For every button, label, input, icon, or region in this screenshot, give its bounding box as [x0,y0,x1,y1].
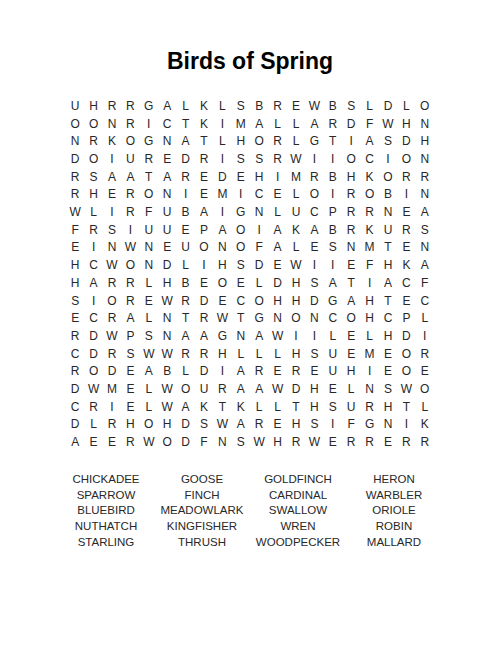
grid-cell-r4c16: O [342,150,360,168]
grid-cell-r4c2: O [84,150,102,168]
grid-cell-r4c15: I [324,150,342,168]
grid-cell-r19c1: D [66,416,84,434]
grid-cell-r16c19: O [397,363,415,381]
grid-cell-r15c8: R [195,345,213,363]
grid-cell-r11c14: S [305,274,323,292]
grid-cell-r19c19: I [397,416,415,434]
grid-cell-r2c3: N [103,115,121,133]
grid-cell-r9c13: L [287,239,305,257]
grid-cell-r10c3: W [103,256,121,274]
grid-cell-r15c6: W [158,345,176,363]
grid-cell-r8c18: U [379,221,397,239]
grid-cell-r4c8: R [195,150,213,168]
grid-cell-r12c9: E [213,292,231,310]
grid-cell-r19c12: E [268,416,286,434]
grid-cell-r7c12: L [268,203,286,221]
grid-cell-r15c15: U [324,345,342,363]
grid-cell-r20c3: E [103,433,121,451]
grid-cell-r16c2: O [84,363,102,381]
grid-cell-r6c18: B [379,186,397,204]
grid-cell-r8c20: S [416,221,434,239]
grid-cell-r20c20: R [416,433,434,451]
grid-cell-r9c2: I [84,239,102,257]
grid-cell-r17c8: U [195,380,213,398]
grid-cell-r11c1: H [66,274,84,292]
grid-cell-r1c6: A [158,97,176,115]
grid-cell-r10c12: E [268,256,286,274]
grid-cell-r15c5: W [140,345,158,363]
grid-cell-r1c7: L [176,97,194,115]
grid-cell-r8c6: U [158,221,176,239]
grid-cell-r16c5: A [140,363,158,381]
grid-cell-r8c5: U [140,221,158,239]
word-nuthatch: NUTHATCH [58,518,154,534]
grid-cell-r7c4: R [121,203,139,221]
grid-cell-r5c8: E [195,168,213,186]
grid-cell-r5c4: A [121,168,139,186]
grid-cell-r20c8: F [195,433,213,451]
grid-cell-r15c18: E [379,345,397,363]
grid-cell-r1c10: S [232,97,250,115]
grid-cell-r7c11: N [250,203,268,221]
grid-cell-r3c19: D [397,132,415,150]
grid-cell-r8c7: E [176,221,194,239]
grid-cell-r6c17: O [360,186,378,204]
grid-cell-r14c13: I [287,327,305,345]
grid-cell-r3c17: A [360,132,378,150]
word-goldfinch: GOLDFINCH [250,471,346,487]
grid-cell-r8c8: P [195,221,213,239]
grid-cell-r16c3: D [103,363,121,381]
word-starling: STARLING [58,534,154,550]
grid-cell-r17c9: R [213,380,231,398]
grid-cell-r16c14: E [305,363,323,381]
grid-cell-r1c2: H [84,97,102,115]
grid-cell-r17c3: M [103,380,121,398]
grid-cell-r13c17: H [360,309,378,327]
grid-cell-r10c18: H [379,256,397,274]
grid-cell-r18c10: K [232,398,250,416]
grid-cell-r1c9: L [213,97,231,115]
grid-cell-r8c19: R [397,221,415,239]
grid-cell-r11c19: C [397,274,415,292]
grid-cell-r9c14: E [305,239,323,257]
grid-cell-r13c14: N [305,309,323,327]
grid-cell-r10c9: H [213,256,231,274]
grid-cell-r9c7: U [176,239,194,257]
grid-cell-r16c16: H [342,363,360,381]
grid-cell-r10c20: A [416,256,434,274]
grid-cell-r2c6: C [158,115,176,133]
grid-cell-r7c1: W [66,203,84,221]
grid-cell-r9c18: T [379,239,397,257]
grid-cell-r6c1: R [66,186,84,204]
grid-cell-r2c19: H [397,115,415,133]
grid-cell-r4c14: I [305,150,323,168]
grid-cell-r15c2: D [84,345,102,363]
grid-cell-r2c16: D [342,115,360,133]
grid-cell-r4c12: R [268,150,286,168]
grid-cell-r15c14: S [305,345,323,363]
grid-cell-r14c5: S [140,327,158,345]
grid-cell-r3c16: I [342,132,360,150]
grid-cell-r12c4: R [121,292,139,310]
grid-cell-r19c10: A [232,416,250,434]
grid-cell-r19c13: H [287,416,305,434]
grid-cell-r15c19: O [397,345,415,363]
grid-cell-r18c3: I [103,398,121,416]
grid-cell-r1c11: B [250,97,268,115]
grid-cell-r20c1: A [66,433,84,451]
grid-cell-r16c18: E [379,363,397,381]
grid-cell-r17c10: A [232,380,250,398]
grid-cell-r7c13: U [287,203,305,221]
grid-cell-r16c11: R [250,363,268,381]
grid-cell-r5c3: A [103,168,121,186]
grid-cell-r16c13: R [287,363,305,381]
grid-cell-r3c20: H [416,132,434,150]
word-warbler: WARBLER [346,487,442,503]
grid-cell-r13c2: C [84,309,102,327]
grid-cell-r10c10: S [232,256,250,274]
grid-cell-r18c18: H [379,398,397,416]
grid-cell-r11c8: E [195,274,213,292]
grid-cell-r15c10: L [232,345,250,363]
grid-cell-r13c13: O [287,309,305,327]
grid-cell-r18c11: L [250,398,268,416]
grid-cell-r1c5: G [140,97,158,115]
grid-cell-r1c20: O [416,97,434,115]
grid-cell-r14c20: I [416,327,434,345]
word-goose: GOOSE [154,471,250,487]
grid-cell-r6c12: E [268,186,286,204]
word-oriole: ORIOLE [346,503,442,519]
word-bluebird: BLUEBIRD [58,503,154,519]
grid-cell-r4c5: R [140,150,158,168]
grid-cell-r5c10: E [232,168,250,186]
grid-cell-r7c2: L [84,203,102,221]
grid-cell-r8c15: B [324,221,342,239]
grid-cell-r1c3: R [103,97,121,115]
grid-cell-r9c11: F [250,239,268,257]
grid-cell-r20c14: W [305,433,323,451]
grid-cell-r13c3: R [103,309,121,327]
grid-cell-r17c18: S [379,380,397,398]
grid-cell-r11c18: A [379,274,397,292]
grid-cell-r7c14: C [305,203,323,221]
grid-cell-r5c14: R [305,168,323,186]
grid-cell-r14c8: A [195,327,213,345]
grid-cell-r9c6: E [158,239,176,257]
grid-cell-r14c12: W [268,327,286,345]
grid-cell-r5c7: R [176,168,194,186]
grid-cell-r11c17: I [360,274,378,292]
grid-cell-r6c16: R [342,186,360,204]
grid-cell-r11c10: E [232,274,250,292]
grid-cell-r4c17: C [360,150,378,168]
grid-cell-r9c5: N [140,239,158,257]
word-woodpecker: WOODPECKER [250,534,346,550]
grid-cell-r16c20: E [416,363,434,381]
grid-cell-r17c14: H [305,380,323,398]
grid-cell-r18c9: T [213,398,231,416]
grid-cell-r20c13: R [287,433,305,451]
grid-cell-r4c6: E [158,150,176,168]
grid-cell-r4c7: D [176,150,194,168]
grid-cell-r6c4: R [121,186,139,204]
grid-cell-r2c1: O [66,115,84,133]
grid-cell-r5c11: H [250,168,268,186]
grid-cell-r2c4: R [121,115,139,133]
grid-cell-r1c15: B [324,97,342,115]
grid-cell-r19c11: R [250,416,268,434]
grid-cell-r20c15: E [324,433,342,451]
grid-cell-r12c1: S [66,292,84,310]
grid-cell-r4c3: I [103,150,121,168]
word-wren: WREN [250,518,346,534]
grid-cell-r13c7: T [176,309,194,327]
grid-cell-r14c9: G [213,327,231,345]
grid-cell-r13c10: T [232,309,250,327]
grid-cell-r9c10: O [232,239,250,257]
grid-cell-r9c9: N [213,239,231,257]
grid-cell-r5c5: T [140,168,158,186]
grid-cell-r17c17: N [360,380,378,398]
grid-cell-r16c7: L [176,363,194,381]
grid-cell-r4c1: D [66,150,84,168]
grid-cell-r18c13: T [287,398,305,416]
grid-cell-r8c3: S [103,221,121,239]
grid-cell-r9c16: N [342,239,360,257]
grid-cell-r11c6: H [158,274,176,292]
grid-cell-r9c20: N [416,239,434,257]
grid-cell-r10c19: K [397,256,415,274]
grid-cell-r4c13: W [287,150,305,168]
grid-cell-r15c3: R [103,345,121,363]
grid-cell-r8c9: A [213,221,231,239]
grid-cell-r19c5: O [140,416,158,434]
grid-cell-r2c12: L [268,115,286,133]
grid-cell-r8c1: F [66,221,84,239]
grid-cell-r9c17: M [360,239,378,257]
grid-cell-r3c6: N [158,132,176,150]
grid-cell-r14c6: N [158,327,176,345]
grid-cell-r17c20: O [416,380,434,398]
grid-cell-r13c20: L [416,309,434,327]
grid-cell-r11c13: H [287,274,305,292]
grid-cell-r6c8: E [195,186,213,204]
grid-cell-r17c19: W [397,380,415,398]
grid-cell-r14c1: R [66,327,84,345]
grid-cell-r13c5: L [140,309,158,327]
grid-cell-r3c14: G [305,132,323,150]
grid-cell-r10c7: L [176,256,194,274]
grid-cell-r6c10: I [232,186,250,204]
grid-cell-r11c3: R [103,274,121,292]
grid-cell-r20c10: S [232,433,250,451]
word-chickadee: CHICKADEE [58,471,154,487]
grid-cell-r12c3: O [103,292,121,310]
grid-cell-r1c12: R [268,97,286,115]
grid-cell-r9c12: A [268,239,286,257]
grid-cell-r8c16: R [342,221,360,239]
grid-cell-r6c19: I [397,186,415,204]
grid-cell-r14c2: D [84,327,102,345]
grid-cell-r16c17: I [360,363,378,381]
grid-cell-r11c11: L [250,274,268,292]
grid-cell-r5c12: I [268,168,286,186]
grid-cell-r17c13: D [287,380,305,398]
grid-cell-r2c2: O [84,115,102,133]
grid-cell-r6c15: I [324,186,342,204]
grid-cell-r19c17: G [360,416,378,434]
grid-cell-r11c9: O [213,274,231,292]
grid-cell-r20c19: R [397,433,415,451]
grid-cell-r7c16: R [342,203,360,221]
grid-cell-r14c11: A [250,327,268,345]
word-list: CHICKADEEGOOSEGOLDFINCHHERONSPARROWFINCH… [58,471,442,550]
grid-cell-r14c18: H [379,327,397,345]
grid-cell-r13c19: P [397,309,415,327]
grid-cell-r2c18: W [379,115,397,133]
grid-cell-r2c20: N [416,115,434,133]
grid-cell-r1c1: U [66,97,84,115]
grid-cell-r13c1: E [66,309,84,327]
grid-cell-r2c5: I [140,115,158,133]
grid-cell-r18c5: L [140,398,158,416]
grid-cell-r18c1: C [66,398,84,416]
grid-cell-r7c8: A [195,203,213,221]
word-finch: FINCH [154,487,250,503]
grid-cell-r18c7: A [176,398,194,416]
grid-cell-r18c14: H [305,398,323,416]
grid-cell-r10c4: O [121,256,139,274]
grid-cell-r20c4: R [121,433,139,451]
grid-cell-r17c6: W [158,380,176,398]
grid-cell-r7c7: B [176,203,194,221]
grid-cell-r11c7: B [176,274,194,292]
grid-cell-r20c2: E [84,433,102,451]
grid-cell-r18c20: L [416,398,434,416]
grid-cell-r5c19: R [397,168,415,186]
grid-cell-r8c2: R [84,221,102,239]
grid-cell-r1c16: S [342,97,360,115]
grid-cell-r19c14: S [305,416,323,434]
grid-cell-r5c2: S [84,168,102,186]
grid-cell-r12c5: E [140,292,158,310]
grid-cell-r19c20: K [416,416,434,434]
grid-cell-r4c10: S [232,150,250,168]
grid-cell-r2c8: K [195,115,213,133]
word-sparrow: SPARROW [58,487,154,503]
grid-cell-r13c12: N [268,309,286,327]
grid-cell-r12c20: C [416,292,434,310]
grid-cell-r19c18: N [379,416,397,434]
grid-cell-r6c5: O [140,186,158,204]
grid-cell-r2c15: R [324,115,342,133]
grid-cell-r15c11: L [250,345,268,363]
grid-cell-r4c18: I [379,150,397,168]
grid-cell-r4c20: N [416,150,434,168]
grid-cell-r10c14: I [305,256,323,274]
grid-cell-r12c16: A [342,292,360,310]
grid-cell-r12c14: D [305,292,323,310]
grid-cell-r7c6: U [158,203,176,221]
grid-cell-r16c10: A [232,363,250,381]
grid-cell-r13c18: C [379,309,397,327]
grid-cell-r14c10: N [232,327,250,345]
grid-cell-r8c12: A [268,221,286,239]
grid-cell-r9c1: E [66,239,84,257]
grid-cell-r1c18: D [379,97,397,115]
grid-cell-r6c13: L [287,186,305,204]
grid-cell-r3c3: K [103,132,121,150]
grid-cell-r5c18: O [379,168,397,186]
grid-cell-r19c8: S [195,416,213,434]
grid-cell-r6c7: I [176,186,194,204]
word-meadowlark: MEADOWLARK [154,503,250,519]
grid-cell-r3c1: N [66,132,84,150]
grid-cell-r4c9: I [213,150,231,168]
grid-cell-r3c5: G [140,132,158,150]
grid-cell-r7c5: F [140,203,158,221]
grid-cell-r2c11: A [250,115,268,133]
grid-cell-r3c15: T [324,132,342,150]
grid-cell-r16c9: I [213,363,231,381]
grid-cell-r15c17: M [360,345,378,363]
grid-cell-r16c8: D [195,363,213,381]
grid-cell-r3c13: L [287,132,305,150]
grid-cell-r7c10: G [232,203,250,221]
grid-cell-r8c10: O [232,221,250,239]
grid-cell-r11c4: R [121,274,139,292]
grid-cell-r18c19: T [397,398,415,416]
grid-cell-r12c8: D [195,292,213,310]
grid-cell-r9c4: W [121,239,139,257]
grid-cell-r11c16: T [342,274,360,292]
grid-cell-r6c6: N [158,186,176,204]
grid-cell-r20c9: N [213,433,231,451]
word-robin: ROBIN [346,518,442,534]
grid-cell-r10c16: E [342,256,360,274]
grid-cell-r3c10: H [232,132,250,150]
grid-cell-r11c2: A [84,274,102,292]
grid-cell-r14c4: P [121,327,139,345]
grid-cell-r15c20: R [416,345,434,363]
grid-cell-r1c14: W [305,97,323,115]
grid-cell-r11c12: D [268,274,286,292]
grid-cell-r5c13: M [287,168,305,186]
grid-cell-r19c7: D [176,416,194,434]
grid-cell-r16c15: U [324,363,342,381]
grid-cell-r2c10: M [232,115,250,133]
grid-cell-r10c13: W [287,256,305,274]
grid-cell-r19c15: I [324,416,342,434]
grid-cell-r10c1: H [66,256,84,274]
grid-cell-r18c12: L [268,398,286,416]
grid-cell-r17c12: W [268,380,286,398]
grid-cell-r6c2: H [84,186,102,204]
grid-cell-r5c1: R [66,168,84,186]
grid-cell-r3c18: S [379,132,397,150]
grid-cell-r10c15: I [324,256,342,274]
grid-cell-r12c10: C [232,292,250,310]
grid-cell-r6c3: E [103,186,121,204]
grid-cell-r7c15: P [324,203,342,221]
grid-cell-r14c14: I [305,327,323,345]
grid-cell-r12c7: R [176,292,194,310]
grid-cell-r13c8: R [195,309,213,327]
